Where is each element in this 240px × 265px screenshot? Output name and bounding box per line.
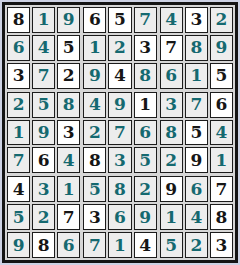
cell-r7c1[interactable]: 4	[7, 176, 30, 202]
cell-r5c9[interactable]: 4	[210, 120, 233, 146]
cell-r6c9[interactable]: 1	[210, 147, 233, 173]
cell-r9c1[interactable]: 9	[7, 232, 30, 258]
cell-r9c6[interactable]: 4	[134, 232, 157, 258]
cell-r7c8[interactable]: 6	[185, 176, 208, 202]
box-0-1: 657123948	[83, 7, 156, 89]
cell-r5c6[interactable]: 6	[134, 120, 157, 146]
cell-r2c2[interactable]: 4	[32, 35, 55, 61]
cell-r1c6[interactable]: 7	[134, 7, 157, 33]
cell-r7c6[interactable]: 2	[134, 176, 157, 202]
cell-r5c3[interactable]: 3	[57, 120, 80, 146]
cell-r8c9[interactable]: 8	[210, 204, 233, 230]
cell-r8c2[interactable]: 2	[32, 204, 55, 230]
cell-r9c7[interactable]: 5	[160, 232, 183, 258]
cell-r2c9[interactable]: 9	[210, 35, 233, 61]
cell-r1c9[interactable]: 2	[210, 7, 233, 33]
cell-r7c7[interactable]: 9	[160, 176, 183, 202]
cell-r1c5[interactable]: 5	[108, 7, 131, 33]
cell-r3c6[interactable]: 8	[134, 63, 157, 89]
cell-r4c4[interactable]: 4	[83, 92, 106, 118]
cell-r7c4[interactable]: 5	[83, 176, 106, 202]
cell-r6c1[interactable]: 7	[7, 147, 30, 173]
sudoku-grid: 8196453726571239484327896152581937644912…	[2, 2, 238, 263]
cell-r2c1[interactable]: 6	[7, 35, 30, 61]
sudoku-board: 8196453726571239484327896152581937644912…	[0, 0, 240, 265]
cell-r3c1[interactable]: 3	[7, 63, 30, 89]
box-2-2: 967148523	[160, 176, 233, 258]
cell-r8c6[interactable]: 9	[134, 204, 157, 230]
cell-r4c7[interactable]: 3	[160, 92, 183, 118]
cell-r8c1[interactable]: 5	[7, 204, 30, 230]
cell-r6c7[interactable]: 2	[160, 147, 183, 173]
cell-r9c3[interactable]: 6	[57, 232, 80, 258]
cell-r9c4[interactable]: 7	[83, 232, 106, 258]
cell-r6c2[interactable]: 6	[32, 147, 55, 173]
cell-r2c8[interactable]: 8	[185, 35, 208, 61]
cell-r6c5[interactable]: 3	[108, 147, 131, 173]
cell-r5c4[interactable]: 2	[83, 120, 106, 146]
cell-r2c6[interactable]: 3	[134, 35, 157, 61]
cell-r1c7[interactable]: 4	[160, 7, 183, 33]
cell-r9c5[interactable]: 1	[108, 232, 131, 258]
box-1-0: 258193764	[7, 92, 80, 174]
cell-r4c1[interactable]: 2	[7, 92, 30, 118]
cell-r6c3[interactable]: 4	[57, 147, 80, 173]
cell-r3c7[interactable]: 6	[160, 63, 183, 89]
cell-r4c6[interactable]: 1	[134, 92, 157, 118]
box-1-1: 491276835	[83, 92, 156, 174]
cell-r2c3[interactable]: 5	[57, 35, 80, 61]
cell-r4c3[interactable]: 8	[57, 92, 80, 118]
cell-r5c2[interactable]: 9	[32, 120, 55, 146]
box-2-1: 582369714	[83, 176, 156, 258]
cell-r9c8[interactable]: 2	[185, 232, 208, 258]
cell-r2c7[interactable]: 7	[160, 35, 183, 61]
cell-r6c4[interactable]: 8	[83, 147, 106, 173]
cell-r9c2[interactable]: 8	[32, 232, 55, 258]
cell-r5c5[interactable]: 7	[108, 120, 131, 146]
cell-r1c4[interactable]: 6	[83, 7, 106, 33]
cell-r3c3[interactable]: 2	[57, 63, 80, 89]
cell-r6c6[interactable]: 5	[134, 147, 157, 173]
cell-r7c5[interactable]: 8	[108, 176, 131, 202]
cell-r1c3[interactable]: 9	[57, 7, 80, 33]
box-0-2: 432789615	[160, 7, 233, 89]
cell-r1c8[interactable]: 3	[185, 7, 208, 33]
cell-r1c1[interactable]: 8	[7, 7, 30, 33]
cell-r3c5[interactable]: 4	[108, 63, 131, 89]
cell-r6c8[interactable]: 9	[185, 147, 208, 173]
cell-r3c2[interactable]: 7	[32, 63, 55, 89]
cell-r4c5[interactable]: 9	[108, 92, 131, 118]
cell-r8c4[interactable]: 3	[83, 204, 106, 230]
cell-r2c5[interactable]: 2	[108, 35, 131, 61]
cell-r8c5[interactable]: 6	[108, 204, 131, 230]
cell-r5c7[interactable]: 8	[160, 120, 183, 146]
box-0-0: 819645372	[7, 7, 80, 89]
cell-r3c4[interactable]: 9	[83, 63, 106, 89]
cell-r5c8[interactable]: 5	[185, 120, 208, 146]
cell-r5c1[interactable]: 1	[7, 120, 30, 146]
cell-r1c2[interactable]: 1	[32, 7, 55, 33]
cell-r7c9[interactable]: 7	[210, 176, 233, 202]
cell-r7c2[interactable]: 3	[32, 176, 55, 202]
box-1-2: 376854291	[160, 92, 233, 174]
cell-r3c9[interactable]: 5	[210, 63, 233, 89]
cell-r4c8[interactable]: 7	[185, 92, 208, 118]
cell-r2c4[interactable]: 1	[83, 35, 106, 61]
cell-r3c8[interactable]: 1	[185, 63, 208, 89]
cell-r7c3[interactable]: 1	[57, 176, 80, 202]
cell-r9c9[interactable]: 3	[210, 232, 233, 258]
box-2-0: 431527986	[7, 176, 80, 258]
cell-r4c2[interactable]: 5	[32, 92, 55, 118]
cell-r4c9[interactable]: 6	[210, 92, 233, 118]
cell-r8c8[interactable]: 4	[185, 204, 208, 230]
cell-r8c7[interactable]: 1	[160, 204, 183, 230]
cell-r8c3[interactable]: 7	[57, 204, 80, 230]
